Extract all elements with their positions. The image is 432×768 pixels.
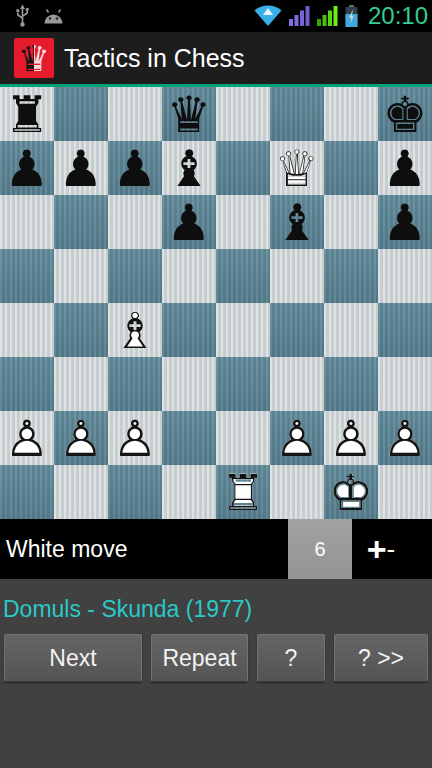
square-e3[interactable]	[216, 357, 270, 411]
square-b5[interactable]	[54, 249, 108, 303]
signal-cellular-green-icon	[317, 6, 338, 26]
square-b1[interactable]	[54, 465, 108, 519]
square-g8[interactable]	[324, 87, 378, 141]
black-b-piece: ♝	[270, 195, 324, 249]
signal-cellular-violet-icon	[289, 6, 310, 26]
square-a4[interactable]	[0, 303, 54, 357]
square-b6[interactable]	[54, 195, 108, 249]
black-b-piece: ♝	[162, 141, 216, 195]
square-b7[interactable]: ♟	[54, 141, 108, 195]
bottom-panel: Domuls - Skunda (1977) Next Repeat ? ? >…	[0, 579, 432, 768]
square-f7[interactable]: ♛♕	[270, 141, 324, 195]
square-c5[interactable]	[108, 249, 162, 303]
move-counter: 6	[288, 519, 352, 579]
square-e1[interactable]: ♜♖	[216, 465, 270, 519]
square-h2[interactable]: ♟♙	[378, 411, 432, 465]
square-b2[interactable]: ♟♙	[54, 411, 108, 465]
square-a1[interactable]	[0, 465, 54, 519]
square-d3[interactable]	[162, 357, 216, 411]
battery-charging-icon	[345, 5, 358, 27]
white-p-piece-outline: ♙	[0, 411, 54, 465]
white-p-piece: ♟	[324, 411, 378, 465]
white-p-piece: ♟	[378, 411, 432, 465]
square-e8[interactable]	[216, 87, 270, 141]
page-title: Tactics in Chess	[64, 44, 245, 73]
square-e7[interactable]	[216, 141, 270, 195]
square-d4[interactable]	[162, 303, 216, 357]
square-g3[interactable]	[324, 357, 378, 411]
black-p-piece: ♟	[54, 141, 108, 195]
white-p-piece-outline: ♙	[108, 411, 162, 465]
square-c3[interactable]	[108, 357, 162, 411]
black-r-piece: ♜	[0, 87, 54, 141]
chess-queen-icon: ♛ ♛	[14, 38, 54, 78]
square-h7[interactable]: ♟	[378, 141, 432, 195]
black-p-piece: ♟	[0, 141, 54, 195]
square-g6[interactable]	[324, 195, 378, 249]
square-d2[interactable]	[162, 411, 216, 465]
square-c2[interactable]: ♟♙	[108, 411, 162, 465]
square-e5[interactable]	[216, 249, 270, 303]
square-g1[interactable]: ♚♔	[324, 465, 378, 519]
white-r-piece-outline: ♖	[216, 465, 270, 519]
square-h5[interactable]	[378, 249, 432, 303]
square-f4[interactable]	[270, 303, 324, 357]
minus-icon: -	[387, 521, 396, 577]
square-c1[interactable]	[108, 465, 162, 519]
plus-icon: +	[367, 519, 387, 579]
square-a3[interactable]	[0, 357, 54, 411]
white-p-piece-outline: ♙	[378, 411, 432, 465]
usb-icon	[16, 4, 29, 28]
square-d6[interactable]: ♟	[162, 195, 216, 249]
square-h4[interactable]	[378, 303, 432, 357]
square-a5[interactable]	[0, 249, 54, 303]
square-d1[interactable]	[162, 465, 216, 519]
white-b-piece: ♝	[108, 303, 162, 357]
move-stepper-button[interactable]: +-	[356, 519, 406, 579]
square-c6[interactable]	[108, 195, 162, 249]
white-b-piece-outline: ♗	[108, 303, 162, 357]
square-b4[interactable]	[54, 303, 108, 357]
white-r-piece: ♜	[216, 465, 270, 519]
square-g7[interactable]	[324, 141, 378, 195]
android-icon	[43, 9, 64, 24]
black-q-piece: ♛	[162, 87, 216, 141]
white-p-piece: ♟	[108, 411, 162, 465]
square-f5[interactable]	[270, 249, 324, 303]
next-button[interactable]: Next	[4, 634, 142, 682]
square-g4[interactable]	[324, 303, 378, 357]
square-g2[interactable]: ♟♙	[324, 411, 378, 465]
square-h8[interactable]: ♚	[378, 87, 432, 141]
square-a6[interactable]	[0, 195, 54, 249]
square-h3[interactable]	[378, 357, 432, 411]
white-q-piece: ♛	[270, 141, 324, 195]
square-b8[interactable]	[54, 87, 108, 141]
square-b3[interactable]	[54, 357, 108, 411]
black-p-piece: ♟	[108, 141, 162, 195]
square-f6[interactable]: ♝	[270, 195, 324, 249]
clock: 20:10	[368, 0, 428, 32]
square-d7[interactable]: ♝	[162, 141, 216, 195]
black-p-piece: ♟	[162, 195, 216, 249]
square-g5[interactable]	[324, 249, 378, 303]
white-p-piece-outline: ♙	[324, 411, 378, 465]
white-k-piece: ♚	[324, 465, 378, 519]
wifi-icon	[254, 5, 282, 27]
move-bar: White move 6 +-	[0, 519, 432, 579]
white-p-piece-outline: ♙	[54, 411, 108, 465]
square-a7[interactable]: ♟	[0, 141, 54, 195]
white-k-piece-outline: ♔	[324, 465, 378, 519]
title-bar: ♛ ♛ Tactics in Chess	[0, 32, 432, 84]
repeat-button[interactable]: Repeat	[151, 634, 248, 682]
white-q-piece-outline: ♕	[270, 141, 324, 195]
solution-button[interactable]: ? >>	[334, 634, 428, 682]
black-k-piece: ♚	[378, 87, 432, 141]
controls-row: Next Repeat ? ? >>	[0, 634, 432, 682]
square-f1[interactable]	[270, 465, 324, 519]
square-c4[interactable]: ♝♗	[108, 303, 162, 357]
square-e4[interactable]	[216, 303, 270, 357]
white-p-piece: ♟	[54, 411, 108, 465]
hint-button[interactable]: ?	[257, 634, 325, 682]
chess-board[interactable]: ♜♛♚♟♟♟♝♛♕♟♟♝♟♝♗♟♙♟♙♟♙♟♙♟♙♟♙♜♖♚♔	[0, 87, 432, 519]
square-c7[interactable]: ♟	[108, 141, 162, 195]
white-p-piece: ♟	[270, 411, 324, 465]
square-f2[interactable]: ♟♙	[270, 411, 324, 465]
white-p-piece: ♟	[0, 411, 54, 465]
status-bar: 20:10	[0, 0, 432, 32]
square-e2[interactable]	[216, 411, 270, 465]
black-p-piece: ♟	[378, 195, 432, 249]
black-p-piece: ♟	[378, 141, 432, 195]
square-h1[interactable]	[378, 465, 432, 519]
square-e6[interactable]	[216, 195, 270, 249]
square-h6[interactable]: ♟	[378, 195, 432, 249]
side-to-move-label: White move	[6, 536, 127, 563]
white-p-piece-outline: ♙	[270, 411, 324, 465]
square-d5[interactable]	[162, 249, 216, 303]
square-d8[interactable]: ♛	[162, 87, 216, 141]
square-a8[interactable]: ♜	[0, 87, 54, 141]
square-c8[interactable]	[108, 87, 162, 141]
square-f8[interactable]	[270, 87, 324, 141]
square-f3[interactable]	[270, 357, 324, 411]
square-a2[interactable]: ♟♙	[0, 411, 54, 465]
puzzle-source-label: Domuls - Skunda (1977)	[0, 579, 432, 623]
